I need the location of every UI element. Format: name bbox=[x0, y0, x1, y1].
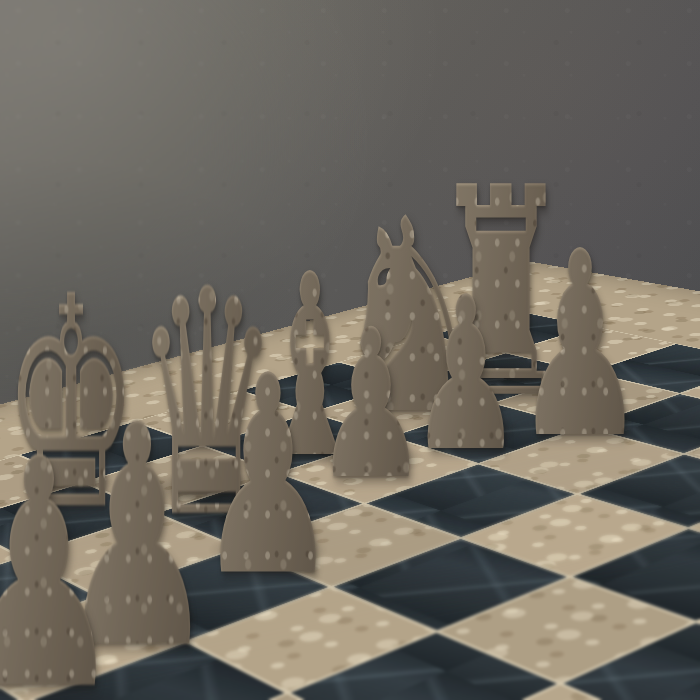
photo-scene: ♜♞♝♛♚♟♟♟♟♟♟ Grey fossil-marble chess pie… bbox=[0, 0, 700, 700]
piece-white-pawn-d2[interactable]: ♟ bbox=[197, 340, 339, 614]
piece-white-pawn-a2[interactable]: ♟ bbox=[513, 217, 646, 473]
piece-white-pawn-f2[interactable]: ♟ bbox=[0, 418, 124, 700]
